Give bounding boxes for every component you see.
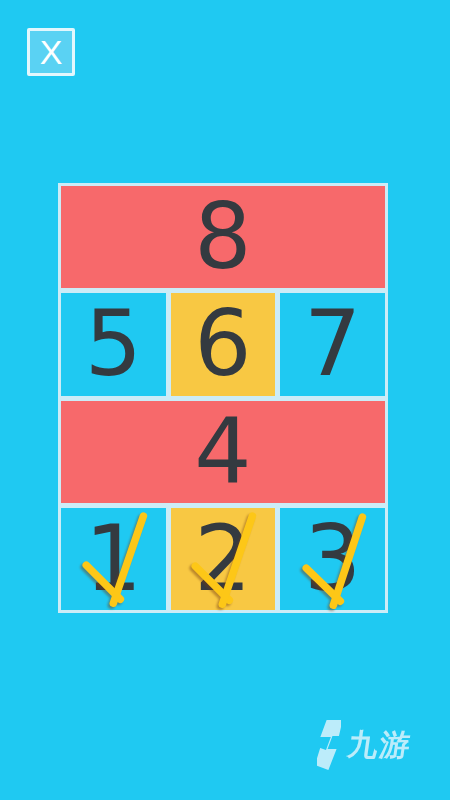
brand-watermark: 九游	[317, 720, 412, 770]
cell-6-value: 6	[194, 299, 251, 389]
9game-logo-icon	[317, 720, 341, 770]
cell-7-value: 7	[304, 299, 361, 389]
cell-3-value: 3	[304, 514, 361, 604]
cell-1-value: 1	[85, 514, 142, 604]
cell-8[interactable]: 8	[61, 186, 385, 288]
puzzle-board: 8 5 6 7 4 1 2 3	[58, 183, 388, 613]
cell-6[interactable]: 6	[171, 293, 276, 395]
cell-7[interactable]: 7	[280, 293, 385, 395]
close-button[interactable]: X	[27, 28, 75, 76]
cell-2-value: 2	[194, 514, 251, 604]
brand-text: 九游	[346, 730, 414, 760]
cell-5-value: 5	[85, 299, 142, 389]
close-icon: X	[40, 35, 63, 69]
cell-3[interactable]: 3	[280, 508, 385, 610]
cell-1[interactable]: 1	[61, 508, 166, 610]
cell-8-value: 8	[194, 192, 251, 282]
cell-2[interactable]: 2	[171, 508, 276, 610]
cell-5[interactable]: 5	[61, 293, 166, 395]
cell-4-value: 4	[194, 407, 251, 497]
cell-4[interactable]: 4	[61, 401, 385, 503]
